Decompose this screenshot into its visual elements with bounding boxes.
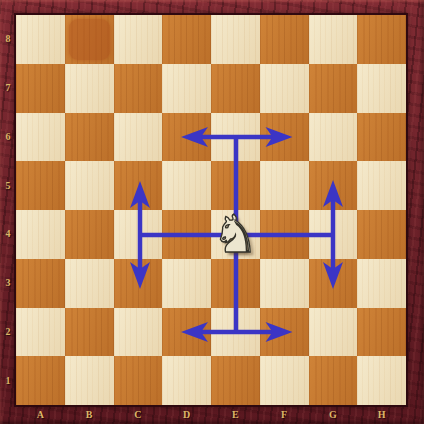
square-e3[interactable]: [211, 259, 260, 308]
square-h7[interactable]: [357, 64, 406, 113]
square-c2[interactable]: [114, 308, 163, 357]
square-e6[interactable]: [211, 113, 260, 162]
rank-label-1: 1: [1, 375, 15, 386]
square-g7[interactable]: [309, 64, 358, 113]
square-d2[interactable]: [162, 308, 211, 357]
square-h4[interactable]: [357, 210, 406, 259]
square-g1[interactable]: [309, 356, 358, 405]
square-f5[interactable]: [260, 161, 309, 210]
square-a4[interactable]: [16, 210, 65, 259]
square-h1[interactable]: [357, 356, 406, 405]
rank-label-3: 3: [1, 277, 15, 288]
square-c8[interactable]: [114, 15, 163, 64]
square-f4[interactable]: [260, 210, 309, 259]
square-c3[interactable]: [114, 259, 163, 308]
square-h2[interactable]: [357, 308, 406, 357]
chess-board: ♞: [16, 15, 406, 405]
square-f7[interactable]: [260, 64, 309, 113]
file-label-D: D: [180, 409, 194, 423]
file-label-E: E: [228, 409, 242, 423]
rank-label-2: 2: [1, 326, 15, 337]
square-g2[interactable]: [309, 308, 358, 357]
white-knight[interactable]: ♞: [211, 210, 260, 259]
square-f6[interactable]: [260, 113, 309, 162]
file-label-A: A: [33, 409, 47, 423]
square-f1[interactable]: [260, 356, 309, 405]
square-a6[interactable]: [16, 113, 65, 162]
square-h5[interactable]: [357, 161, 406, 210]
square-b6[interactable]: [65, 113, 114, 162]
file-label-C: C: [131, 409, 145, 423]
square-c7[interactable]: [114, 64, 163, 113]
file-label-B: B: [82, 409, 96, 423]
square-b1[interactable]: [65, 356, 114, 405]
square-h6[interactable]: [357, 113, 406, 162]
rank-label-7: 7: [1, 82, 15, 93]
square-a8[interactable]: [16, 15, 65, 64]
square-d7[interactable]: [162, 64, 211, 113]
file-label-F: F: [277, 409, 291, 423]
square-g8[interactable]: [309, 15, 358, 64]
square-d6[interactable]: [162, 113, 211, 162]
square-d5[interactable]: [162, 161, 211, 210]
square-d3[interactable]: [162, 259, 211, 308]
square-c1[interactable]: [114, 356, 163, 405]
square-b8[interactable]: [65, 15, 114, 64]
square-e1[interactable]: [211, 356, 260, 405]
square-b7[interactable]: [65, 64, 114, 113]
square-b3[interactable]: [65, 259, 114, 308]
wood-blotch: [69, 19, 110, 60]
rank-label-5: 5: [1, 180, 15, 191]
square-h8[interactable]: [357, 15, 406, 64]
square-h3[interactable]: [357, 259, 406, 308]
board-frame: ♞ 87654321ABCDEFGH: [0, 0, 424, 424]
file-label-H: H: [375, 409, 389, 423]
square-a7[interactable]: [16, 64, 65, 113]
rank-label-8: 8: [1, 33, 15, 44]
square-a3[interactable]: [16, 259, 65, 308]
rank-label-4: 4: [1, 228, 15, 239]
square-f8[interactable]: [260, 15, 309, 64]
square-e7[interactable]: [211, 64, 260, 113]
square-d1[interactable]: [162, 356, 211, 405]
square-e5[interactable]: [211, 161, 260, 210]
square-d8[interactable]: [162, 15, 211, 64]
file-label-G: G: [326, 409, 340, 423]
square-e8[interactable]: [211, 15, 260, 64]
square-a5[interactable]: [16, 161, 65, 210]
square-c4[interactable]: [114, 210, 163, 259]
square-f3[interactable]: [260, 259, 309, 308]
square-c6[interactable]: [114, 113, 163, 162]
square-g5[interactable]: [309, 161, 358, 210]
square-f2[interactable]: [260, 308, 309, 357]
rank-label-6: 6: [1, 131, 15, 142]
square-b4[interactable]: [65, 210, 114, 259]
square-b5[interactable]: [65, 161, 114, 210]
square-e4[interactable]: ♞: [211, 210, 260, 259]
square-c5[interactable]: [114, 161, 163, 210]
square-g4[interactable]: [309, 210, 358, 259]
square-b2[interactable]: [65, 308, 114, 357]
square-d4[interactable]: [162, 210, 211, 259]
square-g6[interactable]: [309, 113, 358, 162]
square-a2[interactable]: [16, 308, 65, 357]
square-a1[interactable]: [16, 356, 65, 405]
square-e2[interactable]: [211, 308, 260, 357]
square-g3[interactable]: [309, 259, 358, 308]
